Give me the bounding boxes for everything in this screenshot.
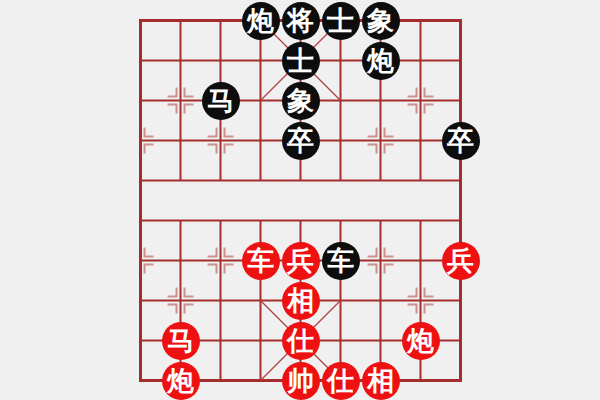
piece-black-pawn-a[interactable]: 卒 xyxy=(282,122,320,160)
piece-red-elephant-b[interactable]: 相 xyxy=(362,362,400,400)
piece-black-cannon-b[interactable]: 炮 xyxy=(362,42,400,80)
xiangqi-app: 炮将士象士炮马象卒卒车兵车兵相马仕炮炮帅仕相 xyxy=(0,0,600,400)
piece-red-pawn-b[interactable]: 兵 xyxy=(442,242,480,280)
piece-red-advisor-b[interactable]: 仕 xyxy=(322,362,360,400)
piece-red-general[interactable]: 帅 xyxy=(282,362,320,400)
piece-red-elephant-a[interactable]: 相 xyxy=(282,282,320,320)
piece-black-horse[interactable]: 马 xyxy=(202,82,240,120)
piece-red-advisor-a[interactable]: 仕 xyxy=(282,322,320,360)
piece-black-advisor-b[interactable]: 士 xyxy=(282,42,320,80)
piece-black-elephant-a[interactable]: 象 xyxy=(362,2,400,40)
piece-black-elephant-b[interactable]: 象 xyxy=(282,82,320,120)
piece-black-general[interactable]: 将 xyxy=(282,2,320,40)
piece-red-horse[interactable]: 马 xyxy=(162,322,200,360)
piece-black-cannon-a[interactable]: 炮 xyxy=(242,2,280,40)
piece-black-advisor-a[interactable]: 士 xyxy=(322,2,360,40)
piece-black-chariot[interactable]: 车 xyxy=(322,242,360,280)
piece-red-pawn-a[interactable]: 兵 xyxy=(282,242,320,280)
piece-red-cannon-a[interactable]: 炮 xyxy=(402,322,440,360)
xiangqi-board: 炮将士象士炮马象卒卒车兵车兵相马仕炮炮帅仕相 xyxy=(121,1,481,400)
piece-black-pawn-b[interactable]: 卒 xyxy=(442,122,480,160)
piece-red-cannon-b[interactable]: 炮 xyxy=(162,362,200,400)
piece-red-chariot[interactable]: 车 xyxy=(242,242,280,280)
